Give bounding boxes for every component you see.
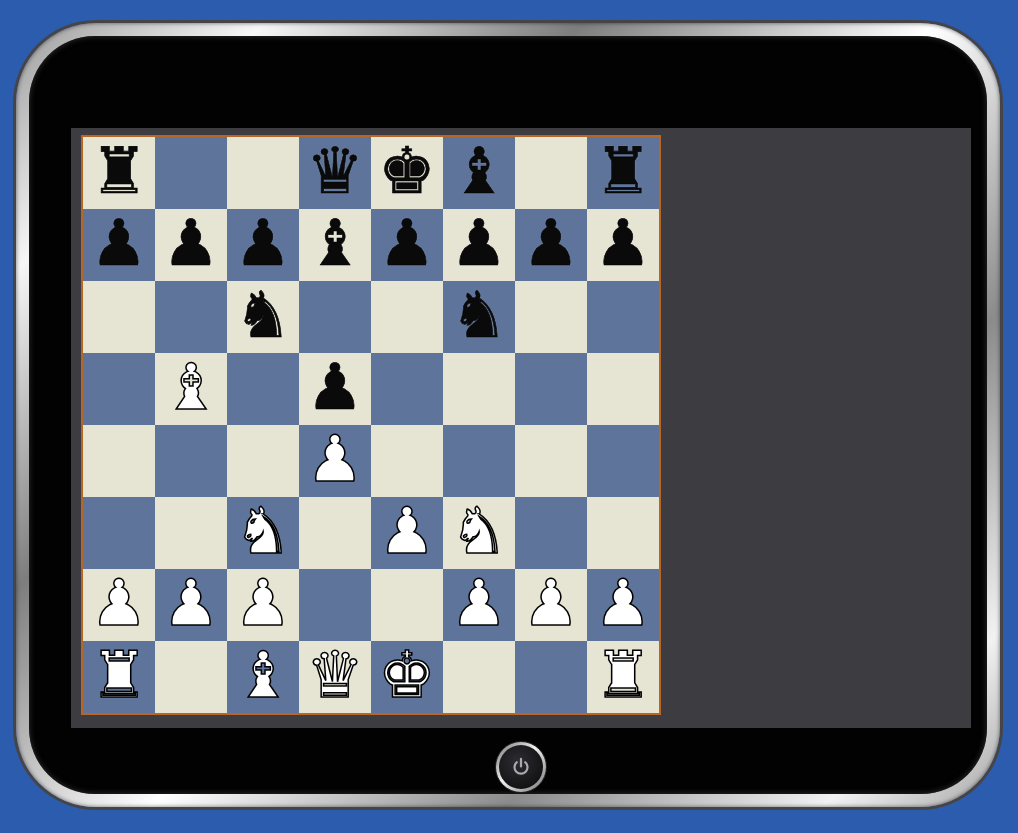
square-a2[interactable]: ♟ [83, 569, 155, 641]
square-h6[interactable] [587, 281, 659, 353]
square-a5[interactable] [83, 353, 155, 425]
square-d1[interactable]: ♛ [299, 641, 371, 713]
square-e5[interactable] [371, 353, 443, 425]
square-c6[interactable]: ♞ [227, 281, 299, 353]
square-b7[interactable]: ♟ [155, 209, 227, 281]
piece-bP-a7[interactable]: ♟ [90, 209, 147, 279]
square-h7[interactable]: ♟ [587, 209, 659, 281]
square-f5[interactable] [443, 353, 515, 425]
square-g7[interactable]: ♟ [515, 209, 587, 281]
power-icon [510, 756, 532, 778]
square-f4[interactable] [443, 425, 515, 497]
piece-bB-f8[interactable]: ♝ [450, 137, 507, 207]
square-b1[interactable] [155, 641, 227, 713]
square-a3[interactable] [83, 497, 155, 569]
square-d8[interactable]: ♛ [299, 137, 371, 209]
piece-bP-c7[interactable]: ♟ [234, 209, 291, 279]
square-a7[interactable]: ♟ [83, 209, 155, 281]
square-d6[interactable] [299, 281, 371, 353]
tablet-device: ♜♛♚♝♜♟♟♟♝♟♟♟♟♞♞♝♟♟♞♟♞♟♟♟♟♟♟♜♝♛♚♜ [16, 23, 1000, 807]
square-c1[interactable]: ♝ [227, 641, 299, 713]
square-a1[interactable]: ♜ [83, 641, 155, 713]
square-d7[interactable]: ♝ [299, 209, 371, 281]
piece-wN-c3[interactable]: ♞ [234, 497, 291, 567]
square-d4[interactable]: ♟ [299, 425, 371, 497]
square-e4[interactable] [371, 425, 443, 497]
square-e3[interactable]: ♟ [371, 497, 443, 569]
square-h1[interactable]: ♜ [587, 641, 659, 713]
piece-wP-a2[interactable]: ♟ [90, 569, 147, 639]
square-g5[interactable] [515, 353, 587, 425]
square-c3[interactable]: ♞ [227, 497, 299, 569]
piece-bN-f6[interactable]: ♞ [450, 281, 507, 351]
square-f7[interactable]: ♟ [443, 209, 515, 281]
piece-wP-f2[interactable]: ♟ [450, 569, 507, 639]
piece-bR-h8[interactable]: ♜ [594, 137, 651, 207]
square-c2[interactable]: ♟ [227, 569, 299, 641]
square-d5[interactable]: ♟ [299, 353, 371, 425]
square-b5[interactable]: ♝ [155, 353, 227, 425]
chess-board: ♜♛♚♝♜♟♟♟♝♟♟♟♟♞♞♝♟♟♞♟♞♟♟♟♟♟♟♜♝♛♚♜ [81, 135, 661, 715]
power-button-face [499, 745, 543, 789]
square-e7[interactable]: ♟ [371, 209, 443, 281]
piece-bP-e7[interactable]: ♟ [378, 209, 435, 279]
square-g3[interactable] [515, 497, 587, 569]
square-e6[interactable] [371, 281, 443, 353]
square-h4[interactable] [587, 425, 659, 497]
square-e2[interactable] [371, 569, 443, 641]
square-a8[interactable]: ♜ [83, 137, 155, 209]
piece-bQ-d8[interactable]: ♛ [306, 137, 363, 207]
piece-bP-d5[interactable]: ♟ [306, 353, 363, 423]
piece-wP-c2[interactable]: ♟ [234, 569, 291, 639]
piece-wP-h2[interactable]: ♟ [594, 569, 651, 639]
square-h8[interactable]: ♜ [587, 137, 659, 209]
square-c5[interactable] [227, 353, 299, 425]
power-button[interactable] [495, 741, 547, 793]
square-g6[interactable] [515, 281, 587, 353]
square-f6[interactable]: ♞ [443, 281, 515, 353]
piece-wP-e3[interactable]: ♟ [378, 497, 435, 567]
piece-bP-g7[interactable]: ♟ [522, 209, 579, 279]
piece-wK-e1[interactable]: ♚ [378, 641, 435, 711]
piece-wP-b2[interactable]: ♟ [162, 569, 219, 639]
square-c4[interactable] [227, 425, 299, 497]
piece-wR-a1[interactable]: ♜ [90, 641, 147, 711]
piece-wR-h1[interactable]: ♜ [594, 641, 651, 711]
square-e1[interactable]: ♚ [371, 641, 443, 713]
piece-bR-a8[interactable]: ♜ [90, 137, 147, 207]
square-h2[interactable]: ♟ [587, 569, 659, 641]
square-g2[interactable]: ♟ [515, 569, 587, 641]
square-c7[interactable]: ♟ [227, 209, 299, 281]
square-a6[interactable] [83, 281, 155, 353]
square-f1[interactable] [443, 641, 515, 713]
piece-wP-g2[interactable]: ♟ [522, 569, 579, 639]
square-f3[interactable]: ♞ [443, 497, 515, 569]
square-e8[interactable]: ♚ [371, 137, 443, 209]
square-b6[interactable] [155, 281, 227, 353]
square-a4[interactable] [83, 425, 155, 497]
piece-bK-e8[interactable]: ♚ [378, 137, 435, 207]
piece-bN-c6[interactable]: ♞ [234, 281, 291, 351]
piece-wB-c1[interactable]: ♝ [234, 641, 291, 711]
tablet-screen: ♜♛♚♝♜♟♟♟♝♟♟♟♟♞♞♝♟♟♞♟♞♟♟♟♟♟♟♜♝♛♚♜ [71, 128, 971, 728]
tablet-bezel: ♜♛♚♝♜♟♟♟♝♟♟♟♟♞♞♝♟♟♞♟♞♟♟♟♟♟♟♜♝♛♚♜ [29, 36, 987, 794]
desktop-background: ♜♛♚♝♜♟♟♟♝♟♟♟♟♞♞♝♟♟♞♟♞♟♟♟♟♟♟♜♝♛♚♜ [0, 0, 1018, 833]
square-b4[interactable] [155, 425, 227, 497]
piece-wN-f3[interactable]: ♞ [450, 497, 507, 567]
piece-bP-f7[interactable]: ♟ [450, 209, 507, 279]
piece-bB-d7[interactable]: ♝ [306, 209, 363, 279]
square-f8[interactable]: ♝ [443, 137, 515, 209]
square-g1[interactable] [515, 641, 587, 713]
square-b8[interactable] [155, 137, 227, 209]
square-g8[interactable] [515, 137, 587, 209]
square-c8[interactable] [227, 137, 299, 209]
piece-wB-b5[interactable]: ♝ [162, 353, 219, 423]
piece-wQ-d1[interactable]: ♛ [306, 641, 363, 711]
square-g4[interactable] [515, 425, 587, 497]
square-f2[interactable]: ♟ [443, 569, 515, 641]
square-d2[interactable] [299, 569, 371, 641]
square-b3[interactable] [155, 497, 227, 569]
square-h5[interactable] [587, 353, 659, 425]
piece-bP-b7[interactable]: ♟ [162, 209, 219, 279]
square-d3[interactable] [299, 497, 371, 569]
piece-bP-h7[interactable]: ♟ [594, 209, 651, 279]
square-h3[interactable] [587, 497, 659, 569]
square-b2[interactable]: ♟ [155, 569, 227, 641]
piece-wP-d4[interactable]: ♟ [306, 425, 363, 495]
